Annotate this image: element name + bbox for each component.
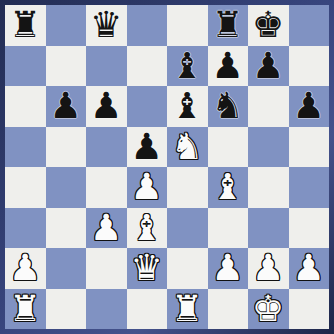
square-a1[interactable]: ♜ — [5, 289, 46, 330]
piece-black-queen-c8[interactable]: ♛ — [90, 5, 122, 45]
square-c1[interactable] — [86, 289, 127, 330]
square-f5[interactable] — [208, 127, 249, 168]
piece-black-pawn-f7[interactable]: ♟ — [212, 46, 244, 86]
square-e7[interactable]: ♝ — [167, 46, 208, 87]
square-b5[interactable] — [46, 127, 87, 168]
piece-white-pawn-c3[interactable]: ♟ — [90, 208, 122, 248]
square-e6[interactable]: ♝ — [167, 86, 208, 127]
piece-white-pawn-g2[interactable]: ♟ — [252, 248, 284, 288]
square-d4[interactable]: ♟ — [127, 167, 168, 208]
piece-white-rook-e1[interactable]: ♜ — [171, 289, 203, 329]
square-f4[interactable]: ♝ — [208, 167, 249, 208]
square-a4[interactable] — [5, 167, 46, 208]
chess-board: ♜♛♜♚♝♟♟♟♟♝♞♟♟♞♟♝♟♝♟♛♟♟♟♜♜♚ — [5, 5, 329, 329]
square-h1[interactable] — [289, 289, 330, 330]
square-c7[interactable] — [86, 46, 127, 87]
piece-black-rook-a8[interactable]: ♜ — [9, 5, 41, 45]
square-d8[interactable] — [127, 5, 168, 46]
square-f8[interactable]: ♜ — [208, 5, 249, 46]
piece-white-pawn-d4[interactable]: ♟ — [131, 167, 163, 207]
piece-black-pawn-d5[interactable]: ♟ — [131, 127, 163, 167]
square-d3[interactable]: ♝ — [127, 208, 168, 249]
square-c8[interactable]: ♛ — [86, 5, 127, 46]
square-b6[interactable]: ♟ — [46, 86, 87, 127]
square-g5[interactable] — [248, 127, 289, 168]
square-g1[interactable]: ♚ — [248, 289, 289, 330]
square-a3[interactable] — [5, 208, 46, 249]
piece-black-pawn-c6[interactable]: ♟ — [90, 86, 122, 126]
chess-board-frame: ♜♛♜♚♝♟♟♟♟♝♞♟♟♞♟♝♟♝♟♛♟♟♟♜♜♚ — [0, 0, 334, 334]
square-f3[interactable] — [208, 208, 249, 249]
piece-black-pawn-b6[interactable]: ♟ — [50, 86, 82, 126]
square-e2[interactable] — [167, 248, 208, 289]
square-c2[interactable] — [86, 248, 127, 289]
square-g7[interactable]: ♟ — [248, 46, 289, 87]
square-g4[interactable] — [248, 167, 289, 208]
square-d6[interactable] — [127, 86, 168, 127]
square-g2[interactable]: ♟ — [248, 248, 289, 289]
square-b7[interactable] — [46, 46, 87, 87]
square-c4[interactable] — [86, 167, 127, 208]
square-d7[interactable] — [127, 46, 168, 87]
square-d2[interactable]: ♛ — [127, 248, 168, 289]
piece-white-king-g1[interactable]: ♚ — [252, 289, 284, 329]
square-b3[interactable] — [46, 208, 87, 249]
square-e1[interactable]: ♜ — [167, 289, 208, 330]
piece-white-bishop-f4[interactable]: ♝ — [212, 167, 244, 207]
piece-white-queen-d2[interactable]: ♛ — [131, 248, 163, 288]
piece-white-knight-e5[interactable]: ♞ — [171, 127, 203, 167]
square-a6[interactable] — [5, 86, 46, 127]
square-a5[interactable] — [5, 127, 46, 168]
square-a7[interactable] — [5, 46, 46, 87]
square-b4[interactable] — [46, 167, 87, 208]
square-b2[interactable] — [46, 248, 87, 289]
square-h8[interactable] — [289, 5, 330, 46]
piece-white-bishop-d3[interactable]: ♝ — [131, 208, 163, 248]
square-f6[interactable]: ♞ — [208, 86, 249, 127]
piece-black-pawn-h6[interactable]: ♟ — [293, 86, 325, 126]
square-h7[interactable] — [289, 46, 330, 87]
square-f2[interactable]: ♟ — [208, 248, 249, 289]
square-d1[interactable] — [127, 289, 168, 330]
piece-black-bishop-e6[interactable]: ♝ — [171, 86, 203, 126]
square-g8[interactable]: ♚ — [248, 5, 289, 46]
square-c3[interactable]: ♟ — [86, 208, 127, 249]
square-g3[interactable] — [248, 208, 289, 249]
square-a8[interactable]: ♜ — [5, 5, 46, 46]
square-h5[interactable] — [289, 127, 330, 168]
square-e5[interactable]: ♞ — [167, 127, 208, 168]
square-h2[interactable]: ♟ — [289, 248, 330, 289]
square-d5[interactable]: ♟ — [127, 127, 168, 168]
square-b8[interactable] — [46, 5, 87, 46]
square-c5[interactable] — [86, 127, 127, 168]
square-h4[interactable] — [289, 167, 330, 208]
square-a2[interactable]: ♟ — [5, 248, 46, 289]
square-b1[interactable] — [46, 289, 87, 330]
piece-black-bishop-e7[interactable]: ♝ — [171, 46, 203, 86]
piece-black-king-g8[interactable]: ♚ — [252, 5, 284, 45]
square-g6[interactable] — [248, 86, 289, 127]
piece-white-pawn-h2[interactable]: ♟ — [293, 248, 325, 288]
square-c6[interactable]: ♟ — [86, 86, 127, 127]
square-f7[interactable]: ♟ — [208, 46, 249, 87]
piece-white-rook-a1[interactable]: ♜ — [9, 289, 41, 329]
square-e3[interactable] — [167, 208, 208, 249]
piece-white-pawn-a2[interactable]: ♟ — [9, 248, 41, 288]
piece-black-rook-f8[interactable]: ♜ — [212, 5, 244, 45]
piece-black-pawn-g7[interactable]: ♟ — [252, 46, 284, 86]
square-f1[interactable] — [208, 289, 249, 330]
piece-white-pawn-f2[interactable]: ♟ — [212, 248, 244, 288]
square-h6[interactable]: ♟ — [289, 86, 330, 127]
square-e8[interactable] — [167, 5, 208, 46]
square-e4[interactable] — [167, 167, 208, 208]
square-h3[interactable] — [289, 208, 330, 249]
piece-black-knight-f6[interactable]: ♞ — [212, 86, 244, 126]
